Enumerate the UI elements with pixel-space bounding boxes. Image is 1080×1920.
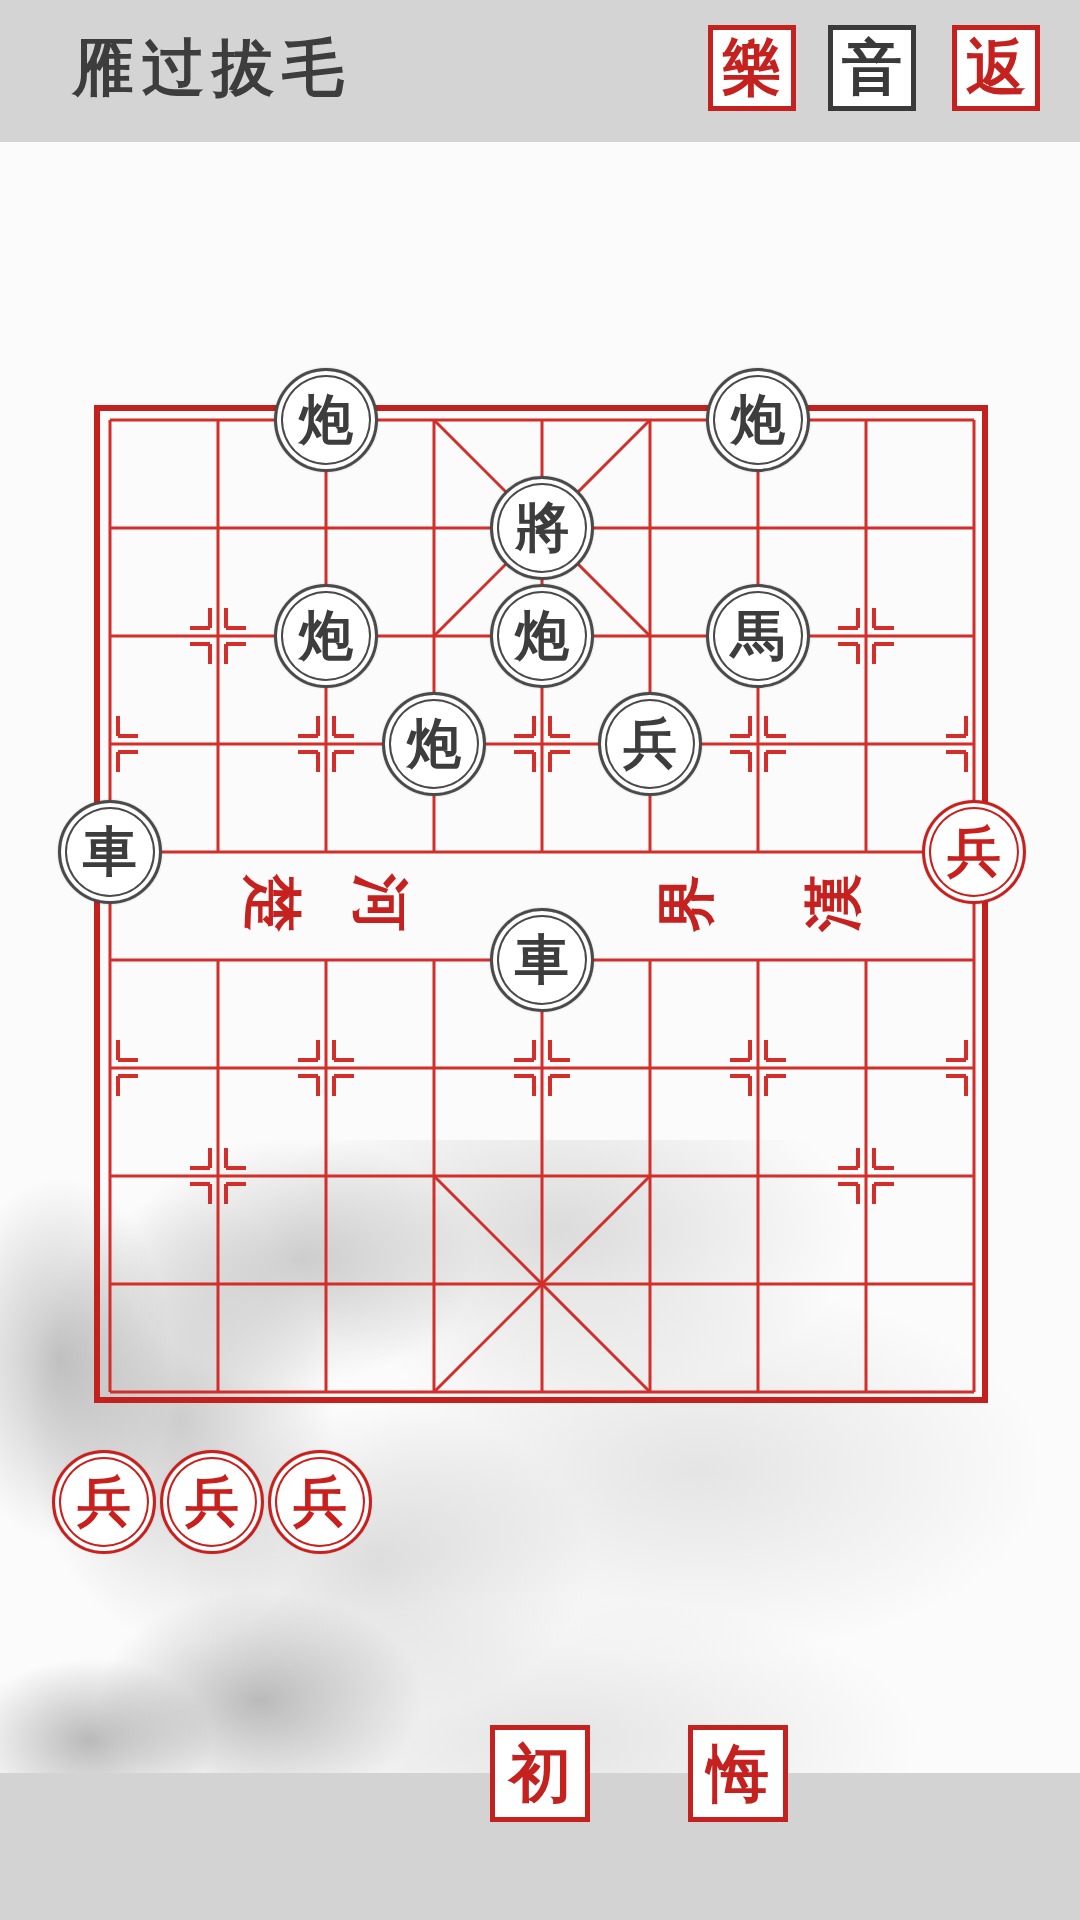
music-button[interactable]: 樂 <box>708 25 796 111</box>
piece-black-f5r6[interactable]: 車 <box>490 908 594 1012</box>
river-label: 界 <box>645 861 729 945</box>
river-label: 河 <box>338 861 422 945</box>
piece-black-f1r5[interactable]: 車 <box>58 800 162 904</box>
piece-black-f4r4[interactable]: 炮 <box>382 692 486 796</box>
back-button[interactable]: 返 <box>952 25 1040 111</box>
piece-black-f6r4[interactable]: 兵 <box>598 692 702 796</box>
river-label: 漢 <box>792 861 876 945</box>
piece-black-f5r3[interactable]: 炮 <box>490 584 594 688</box>
tray-piece-red-3[interactable]: 兵 <box>268 1450 372 1554</box>
piece-black-f7r3[interactable]: 馬 <box>706 584 810 688</box>
tray-piece-red-1[interactable]: 兵 <box>52 1450 156 1554</box>
page-title: 雁过拔毛 <box>72 26 352 110</box>
piece-black-f3r3[interactable]: 炮 <box>274 584 378 688</box>
tray-piece-red-2[interactable]: 兵 <box>160 1450 264 1554</box>
piece-black-f3r1[interactable]: 炮 <box>274 368 378 472</box>
piece-red-f9r5[interactable]: 兵 <box>922 800 1026 904</box>
undo-button[interactable]: 悔 <box>688 1725 788 1822</box>
river-label: 楚 <box>230 861 314 945</box>
sound-button[interactable]: 音 <box>828 25 916 111</box>
reset-button[interactable]: 初 <box>490 1725 590 1822</box>
xiangqi-board[interactable]: 楚河界漢炮炮將炮炮馬炮兵車兵車 <box>94 405 988 1403</box>
piece-black-f5r2[interactable]: 將 <box>490 476 594 580</box>
captured-red-soldier-tray: 兵兵兵 <box>0 1450 420 1554</box>
piece-black-f7r1[interactable]: 炮 <box>706 368 810 472</box>
